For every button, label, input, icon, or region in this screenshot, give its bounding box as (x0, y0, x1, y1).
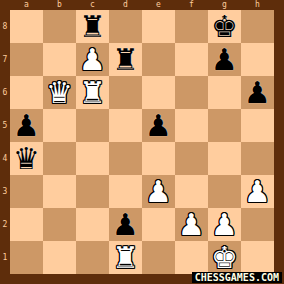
rank-label-1: 1 (0, 241, 10, 274)
piece-black-rook-c8: ♜ (76, 10, 109, 43)
square-f2: ♟ (175, 208, 208, 241)
piece-black-pawn-e5: ♟ (142, 109, 175, 142)
square-c5 (76, 109, 109, 142)
file-label-h: h (241, 0, 274, 10)
square-e6 (142, 76, 175, 109)
rank-label-2: 2 (0, 208, 10, 241)
square-f3 (175, 175, 208, 208)
square-g5 (208, 109, 241, 142)
piece-white-pawn-h3: ♟ (241, 175, 274, 208)
file-label-e: e (142, 0, 175, 10)
square-d4 (109, 142, 142, 175)
piece-white-rook-c6: ♜ (76, 76, 109, 109)
square-a2 (10, 208, 43, 241)
square-g3 (208, 175, 241, 208)
file-label-d: d (109, 0, 142, 10)
square-a5: ♟ (10, 109, 43, 142)
square-b3 (43, 175, 76, 208)
file-label-b: b (43, 0, 76, 10)
square-b2 (43, 208, 76, 241)
piece-black-pawn-a5: ♟ (10, 109, 43, 142)
square-b4 (43, 142, 76, 175)
square-c8: ♜ (76, 10, 109, 43)
square-h1 (241, 241, 274, 274)
square-h8 (241, 10, 274, 43)
square-a1 (10, 241, 43, 274)
square-a6 (10, 76, 43, 109)
square-d2: ♟ (109, 208, 142, 241)
square-c3 (76, 175, 109, 208)
square-f1 (175, 241, 208, 274)
square-b1 (43, 241, 76, 274)
square-e5: ♟ (142, 109, 175, 142)
square-g2: ♟ (208, 208, 241, 241)
square-e8 (142, 10, 175, 43)
square-f5 (175, 109, 208, 142)
piece-white-pawn-e3: ♟ (142, 175, 175, 208)
file-label-f: f (175, 0, 208, 10)
square-c2 (76, 208, 109, 241)
square-g1: ♚ (208, 241, 241, 274)
square-d7: ♜ (109, 43, 142, 76)
file-label-a: a (10, 0, 43, 10)
square-h5 (241, 109, 274, 142)
square-e2 (142, 208, 175, 241)
piece-white-queen-b6: ♛ (43, 76, 76, 109)
piece-white-king-g1: ♚ (208, 241, 241, 274)
square-d6 (109, 76, 142, 109)
square-h6: ♟ (241, 76, 274, 109)
square-f7 (175, 43, 208, 76)
rank-label-6: 6 (0, 76, 10, 109)
square-a4: ♛ (10, 142, 43, 175)
square-b5 (43, 109, 76, 142)
square-g8: ♚ (208, 10, 241, 43)
square-f8 (175, 10, 208, 43)
watermark: CHESSGAMES.COM (192, 272, 282, 283)
square-f6 (175, 76, 208, 109)
square-g4 (208, 142, 241, 175)
piece-black-king-g8: ♚ (208, 10, 241, 43)
rank-label-8: 8 (0, 10, 10, 43)
square-e3: ♟ (142, 175, 175, 208)
square-d3 (109, 175, 142, 208)
square-e4 (142, 142, 175, 175)
square-e1 (142, 241, 175, 274)
square-c1 (76, 241, 109, 274)
square-b8 (43, 10, 76, 43)
square-d8 (109, 10, 142, 43)
piece-black-pawn-h6: ♟ (241, 76, 274, 109)
piece-black-rook-d7: ♜ (109, 43, 142, 76)
piece-white-pawn-f2: ♟ (175, 208, 208, 241)
file-label-g: g (208, 0, 241, 10)
piece-black-pawn-g7: ♟ (208, 43, 241, 76)
square-h4 (241, 142, 274, 175)
square-b6: ♛ (43, 76, 76, 109)
piece-black-queen-a4: ♛ (10, 142, 43, 175)
rank-label-3: 3 (0, 175, 10, 208)
square-a3 (10, 175, 43, 208)
square-a7 (10, 43, 43, 76)
piece-white-pawn-g2: ♟ (208, 208, 241, 241)
rank-label-5: 5 (0, 109, 10, 142)
square-c7: ♟ (76, 43, 109, 76)
square-c4 (76, 142, 109, 175)
chess-board: ♜♚♟♜♟♛♜♟♟♟♛♟♟♟♟♟♜♚ (10, 10, 274, 274)
square-f4 (175, 142, 208, 175)
piece-black-pawn-d2: ♟ (109, 208, 142, 241)
square-g7: ♟ (208, 43, 241, 76)
chess-board-diagram: abcdefgh 87654321 ♜♚♟♜♟♛♜♟♟♟♛♟♟♟♟♟♜♚ CHE… (0, 0, 284, 284)
square-a8 (10, 10, 43, 43)
rank-labels: 87654321 (0, 10, 10, 274)
piece-white-rook-d1: ♜ (109, 241, 142, 274)
square-h3: ♟ (241, 175, 274, 208)
square-d1: ♜ (109, 241, 142, 274)
square-g6 (208, 76, 241, 109)
square-e7 (142, 43, 175, 76)
file-label-c: c (76, 0, 109, 10)
rank-label-4: 4 (0, 142, 10, 175)
square-c6: ♜ (76, 76, 109, 109)
file-labels: abcdefgh (10, 0, 274, 10)
square-h2 (241, 208, 274, 241)
square-h7 (241, 43, 274, 76)
piece-white-pawn-c7: ♟ (76, 43, 109, 76)
square-b7 (43, 43, 76, 76)
square-d5 (109, 109, 142, 142)
rank-label-7: 7 (0, 43, 10, 76)
